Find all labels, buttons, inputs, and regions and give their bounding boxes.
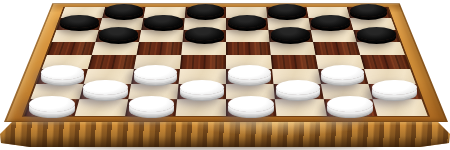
white-piece-face: ⛀ — [228, 65, 271, 80]
white-piece-face: ⛀ — [321, 65, 364, 80]
checker-white-g1[interactable]: ⛀ — [327, 96, 373, 118]
black-piece-face: ⛂ — [228, 15, 267, 29]
checker-black-f6[interactable]: ⛂ — [271, 27, 311, 44]
square-e5[interactable] — [226, 42, 271, 55]
square-h5[interactable] — [357, 42, 405, 55]
checker-black-h6[interactable]: ⛂ — [357, 27, 397, 44]
black-piece-face: ⛂ — [60, 15, 99, 29]
square-d4[interactable] — [180, 55, 226, 69]
square-b1[interactable] — [75, 99, 129, 116]
black-piece-face: ⛂ — [99, 27, 139, 41]
black-piece-face: ⛂ — [357, 27, 397, 41]
checker-white-e1[interactable]: ⛀ — [228, 96, 274, 118]
white-piece-face: ⛀ — [180, 80, 224, 96]
square-b4[interactable] — [88, 55, 137, 69]
square-g6[interactable] — [311, 30, 357, 42]
black-piece-face: ⛂ — [271, 27, 311, 41]
checker-black-c7[interactable]: ⛂ — [144, 15, 183, 31]
checker-white-a3[interactable]: ⛀ — [41, 65, 84, 86]
square-d5[interactable] — [181, 42, 226, 55]
checker-black-a7[interactable]: ⛂ — [60, 15, 99, 31]
white-piece-face: ⛀ — [83, 80, 127, 96]
square-e6[interactable] — [226, 30, 270, 42]
square-a5[interactable] — [47, 42, 95, 55]
checker-black-e7[interactable]: ⛂ — [228, 15, 267, 31]
checker-white-g3[interactable]: ⛀ — [321, 65, 364, 86]
square-f4[interactable] — [271, 55, 318, 69]
black-piece-face: ⛂ — [187, 4, 225, 17]
square-g5[interactable] — [313, 42, 360, 55]
square-h4[interactable] — [360, 55, 410, 69]
board-front-face — [0, 118, 450, 147]
white-piece-face: ⛀ — [327, 96, 373, 112]
checker-black-b8[interactable]: ⛂ — [105, 4, 143, 20]
checker-black-d8[interactable]: ⛂ — [187, 4, 225, 20]
square-h1[interactable] — [373, 99, 428, 116]
checker-white-c3[interactable]: ⛀ — [134, 65, 177, 86]
checker-black-b6[interactable]: ⛂ — [99, 27, 139, 44]
square-c6[interactable] — [139, 30, 184, 42]
checker-black-d6[interactable]: ⛂ — [185, 27, 225, 44]
square-d1[interactable] — [176, 99, 226, 116]
black-piece-face: ⛂ — [268, 4, 306, 17]
square-b5[interactable] — [92, 42, 139, 55]
square-c5[interactable] — [136, 42, 182, 55]
black-piece-face: ⛂ — [105, 4, 143, 17]
checker-white-a1[interactable]: ⛀ — [29, 96, 75, 118]
checker-white-h2[interactable]: ⛀ — [372, 80, 416, 101]
checker-white-d2[interactable]: ⛀ — [180, 80, 224, 101]
white-piece-face: ⛀ — [134, 65, 177, 80]
white-piece-face: ⛀ — [372, 80, 416, 96]
black-piece-face: ⛂ — [185, 27, 225, 41]
square-f5[interactable] — [270, 42, 316, 55]
checkers-scene: ⛂⛂⛂⛂⛂⛂⛂⛂⛂⛂⛂⛂⛀⛀⛀⛀⛀⛀⛀⛀⛀⛀⛀⛀ — [0, 0, 450, 150]
checker-black-f8[interactable]: ⛂ — [268, 4, 306, 20]
checker-black-h8[interactable]: ⛂ — [350, 4, 388, 20]
black-piece-face: ⛂ — [350, 4, 388, 17]
square-f1[interactable] — [275, 99, 327, 116]
black-piece-face: ⛂ — [311, 15, 350, 29]
checker-white-e3[interactable]: ⛀ — [228, 65, 271, 86]
white-piece-face: ⛀ — [276, 80, 320, 96]
checker-white-c1[interactable]: ⛀ — [129, 96, 175, 118]
white-piece-face: ⛀ — [29, 96, 75, 112]
black-piece-face: ⛂ — [144, 15, 183, 29]
checker-white-f2[interactable]: ⛀ — [276, 80, 320, 101]
white-piece-face: ⛀ — [41, 65, 84, 80]
white-piece-face: ⛀ — [129, 96, 175, 112]
white-piece-face: ⛀ — [228, 96, 274, 112]
checker-black-g7[interactable]: ⛂ — [311, 15, 350, 31]
checker-white-b2[interactable]: ⛀ — [83, 80, 127, 101]
square-a6[interactable] — [52, 30, 99, 42]
